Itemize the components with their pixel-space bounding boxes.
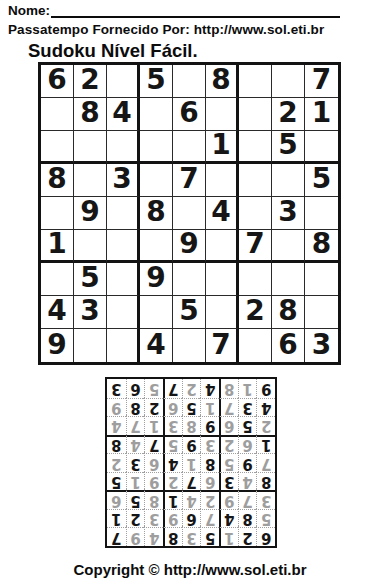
solution-cell-r3c9: 6 <box>107 490 126 509</box>
solution-cell-r2c3: 4 <box>219 509 238 528</box>
solution-cell-r5c9: 2 <box>107 453 126 472</box>
puzzle-cell-r3c8: 5 <box>272 131 305 164</box>
puzzle-cell-r8c8: 8 <box>272 296 305 329</box>
solution-cell-r3c1: 3 <box>256 490 275 509</box>
solution-cell-r8c3: 7 <box>219 398 238 417</box>
puzzle-cell-r3c5 <box>173 131 206 164</box>
puzzle-cell-r5c2: 9 <box>74 197 107 230</box>
solution-cell-r8c9: 9 <box>107 398 126 417</box>
puzzle-cell-r1c7 <box>239 65 272 98</box>
puzzle-cell-r9c6: 7 <box>206 329 239 362</box>
solution-cell-r4c2: 4 <box>238 472 257 491</box>
solution-cell-r2c6: 9 <box>163 509 182 528</box>
puzzle-cell-r1c9: 7 <box>305 65 338 98</box>
puzzle-cell-r4c7 <box>239 164 272 197</box>
solution-cell-r6c3: 2 <box>219 435 238 454</box>
puzzle-cell-r2c1 <box>41 98 74 131</box>
solution-cell-r4c6: 2 <box>163 472 182 491</box>
puzzle-cell-r6c7: 7 <box>239 230 272 263</box>
puzzle-cell-r6c4 <box>140 230 173 263</box>
puzzle-cell-r7c7 <box>239 263 272 296</box>
puzzle-cell-r8c6 <box>206 296 239 329</box>
puzzle-cell-r1c5 <box>173 65 206 98</box>
puzzle-cell-r9c5 <box>173 329 206 362</box>
solution-cell-r5c4: 8 <box>200 453 219 472</box>
solution-cell-r6c9: 8 <box>107 435 126 454</box>
solution-cell-r3c5: 4 <box>182 490 201 509</box>
puzzle-cell-r8c5: 5 <box>173 296 206 329</box>
puzzle-cell-r8c1: 4 <box>41 296 74 329</box>
solution-cell-r6c7: 7 <box>144 435 163 454</box>
solution-cell-r8c2: 3 <box>238 398 257 417</box>
puzzle-cell-r1c6: 8 <box>206 65 239 98</box>
puzzle-cell-r9c1: 9 <box>41 329 74 362</box>
solution-cell-r9c5: 2 <box>182 379 201 398</box>
puzzle-cell-r2c4 <box>140 98 173 131</box>
solution-cell-r9c1: 9 <box>256 379 275 398</box>
solution-cell-r7c7: 1 <box>144 416 163 435</box>
puzzle-cell-r3c6: 1 <box>206 131 239 164</box>
solution-cell-r7c5: 8 <box>182 416 201 435</box>
solution-cell-r2c2: 8 <box>238 509 257 528</box>
puzzle-cell-r5c3 <box>107 197 140 230</box>
solution-cell-r9c2: 1 <box>238 379 257 398</box>
puzzle-cell-r4c6 <box>206 164 239 197</box>
puzzle-cell-r7c4: 9 <box>140 263 173 296</box>
solution-cell-r8c6: 6 <box>163 398 182 417</box>
solution-cell-r6c6: 5 <box>163 435 182 454</box>
solution-cell-r7c6: 3 <box>163 416 182 435</box>
puzzle-cell-r3c4 <box>140 131 173 164</box>
puzzle-cell-r3c1 <box>41 131 74 164</box>
puzzle-cell-r6c3 <box>107 230 140 263</box>
solution-cell-r4c9: 5 <box>107 472 126 491</box>
name-line: Nome: <box>8 3 340 18</box>
solution-cell-r2c1: 5 <box>256 509 275 528</box>
solution-cell-r1c6: 8 <box>163 527 182 546</box>
solution-cell-r2c9: 1 <box>107 509 126 528</box>
solution-cell-r8c5: 5 <box>182 398 201 417</box>
solution-cell-r9c3: 8 <box>219 379 238 398</box>
solution-cell-r5c6: 4 <box>163 453 182 472</box>
solution-cell-r4c3: 3 <box>219 472 238 491</box>
puzzle-cell-r8c2: 3 <box>74 296 107 329</box>
solution-cell-r9c9: 3 <box>107 379 126 398</box>
puzzle-cell-r3c9 <box>305 131 338 164</box>
puzzle-cell-r8c9 <box>305 296 338 329</box>
puzzle-cell-r1c1: 6 <box>41 65 74 98</box>
puzzle-cell-r9c4: 4 <box>140 329 173 362</box>
solution-cell-r5c7: 6 <box>144 453 163 472</box>
name-label: Nome: <box>8 3 50 18</box>
puzzle-cell-r4c5: 7 <box>173 164 206 197</box>
puzzle-cell-r3c2 <box>74 131 107 164</box>
puzzle-cell-r6c8 <box>272 230 305 263</box>
puzzle-cell-r4c8 <box>272 164 305 197</box>
solution-cell-r2c4: 7 <box>200 509 219 528</box>
solution-cell-r2c5: 6 <box>182 509 201 528</box>
puzzle-cell-r5c6: 4 <box>206 197 239 230</box>
solution-cell-r3c6: 1 <box>163 490 182 509</box>
puzzle-cell-r9c3 <box>107 329 140 362</box>
solution-cell-r7c8: 7 <box>126 416 145 435</box>
solution-cell-r3c8: 5 <box>126 490 145 509</box>
provided-by-text: Passatempo Fornecido Por: http://www.sol… <box>8 22 324 37</box>
solution-cell-r8c7: 2 <box>144 398 163 417</box>
puzzle-cell-r4c9: 5 <box>305 164 338 197</box>
puzzle-cell-r5c5 <box>173 197 206 230</box>
solution-cell-r1c2: 2 <box>238 527 257 546</box>
solution-cell-r4c8: 1 <box>126 472 145 491</box>
puzzle-cell-r3c3 <box>107 131 140 164</box>
solution-cell-r5c3: 5 <box>219 453 238 472</box>
puzzle-cell-r8c7: 2 <box>239 296 272 329</box>
puzzle-cell-r2c3: 4 <box>107 98 140 131</box>
puzzle-cell-r6c9: 8 <box>305 230 338 263</box>
solution-cell-r9c4: 4 <box>200 379 219 398</box>
puzzle-cell-r5c7 <box>239 197 272 230</box>
solution-cell-r8c8: 8 <box>126 398 145 417</box>
solution-cell-r5c5: 1 <box>182 453 201 472</box>
sudoku-solution-grid-rotated: 6215384975847693213792418568436729157958… <box>105 377 277 548</box>
puzzle-cell-r5c8: 3 <box>272 197 305 230</box>
copyright-text: Copyright © http://www.sol.eti.br <box>0 561 380 578</box>
puzzle-cell-r7c2: 5 <box>74 263 107 296</box>
solution-cell-r5c8: 3 <box>126 453 145 472</box>
name-blank-line <box>51 4 340 18</box>
solution-cell-r3c7: 8 <box>144 490 163 509</box>
solution-cell-r4c1: 8 <box>256 472 275 491</box>
solution-cell-r6c1: 1 <box>256 435 275 454</box>
solution-cell-r6c2: 6 <box>238 435 257 454</box>
solution-cell-r7c3: 6 <box>219 416 238 435</box>
puzzle-cell-r1c2: 2 <box>74 65 107 98</box>
puzzle-cell-r4c2 <box>74 164 107 197</box>
solution-cell-r4c4: 6 <box>200 472 219 491</box>
solution-cell-r9c6: 7 <box>163 379 182 398</box>
solution-cell-r3c2: 7 <box>238 490 257 509</box>
puzzle-cell-r7c6 <box>206 263 239 296</box>
puzzle-cell-r2c2: 8 <box>74 98 107 131</box>
solution-cell-r3c3: 9 <box>219 490 238 509</box>
puzzle-cell-r4c1: 8 <box>41 164 74 197</box>
solution-cell-r7c9: 4 <box>107 416 126 435</box>
puzzle-cell-r7c8 <box>272 263 305 296</box>
solution-cell-r4c5: 7 <box>182 472 201 491</box>
solution-cell-r4c7: 9 <box>144 472 163 491</box>
puzzle-cell-r5c4: 8 <box>140 197 173 230</box>
solution-cell-r5c2: 9 <box>238 453 257 472</box>
puzzle-cell-r1c8 <box>272 65 305 98</box>
puzzle-cell-r7c5 <box>173 263 206 296</box>
puzzle-cell-r4c4 <box>140 164 173 197</box>
solution-cell-r7c1: 2 <box>256 416 275 435</box>
puzzle-cell-r9c9: 3 <box>305 329 338 362</box>
solution-cell-r1c3: 1 <box>219 527 238 546</box>
puzzle-cell-r9c7 <box>239 329 272 362</box>
solution-cell-r9c8: 6 <box>126 379 145 398</box>
puzzle-cell-r6c6 <box>206 230 239 263</box>
puzzle-cell-r1c4: 5 <box>140 65 173 98</box>
solution-cell-r9c7: 5 <box>144 379 163 398</box>
solution-cell-r6c8: 4 <box>126 435 145 454</box>
solution-cell-r3c4: 2 <box>200 490 219 509</box>
solution-cell-r6c4: 3 <box>200 435 219 454</box>
solution-cell-r1c9: 7 <box>107 527 126 546</box>
puzzle-cell-r4c3: 3 <box>107 164 140 197</box>
solution-cell-r2c7: 3 <box>144 509 163 528</box>
puzzle-cell-r6c2 <box>74 230 107 263</box>
puzzle-cell-r7c9 <box>305 263 338 296</box>
sudoku-puzzle-grid: 625878462115837598431978594352894763 <box>38 62 341 365</box>
puzzle-cell-r5c9 <box>305 197 338 230</box>
solution-cell-r1c1: 6 <box>256 527 275 546</box>
solution-cell-r8c1: 4 <box>256 398 275 417</box>
solution-cell-r1c8: 9 <box>126 527 145 546</box>
solution-cell-r6c5: 9 <box>182 435 201 454</box>
solution-cell-r7c2: 5 <box>238 416 257 435</box>
puzzle-cell-r2c8: 2 <box>272 98 305 131</box>
puzzle-cell-r7c1 <box>41 263 74 296</box>
puzzle-cell-r1c3 <box>107 65 140 98</box>
solution-cell-r1c5: 3 <box>182 527 201 546</box>
puzzle-cell-r9c8: 6 <box>272 329 305 362</box>
puzzle-cell-r3c7 <box>239 131 272 164</box>
puzzle-cell-r2c9: 1 <box>305 98 338 131</box>
puzzle-cell-r2c6 <box>206 98 239 131</box>
solution-cell-r8c4: 1 <box>200 398 219 417</box>
puzzle-cell-r2c7 <box>239 98 272 131</box>
puzzle-cell-r6c5: 9 <box>173 230 206 263</box>
sudoku-worksheet-page: Nome: Passatempo Fornecido Por: http://w… <box>0 0 380 585</box>
page-title: Sudoku Nível Fácil. <box>28 40 198 62</box>
solution-cell-r1c7: 4 <box>144 527 163 546</box>
puzzle-cell-r8c4 <box>140 296 173 329</box>
puzzle-cell-r8c3 <box>107 296 140 329</box>
puzzle-cell-r2c5: 6 <box>173 98 206 131</box>
solution-cell-r5c1: 7 <box>256 453 275 472</box>
puzzle-cell-r7c3 <box>107 263 140 296</box>
solution-cell-r1c4: 5 <box>200 527 219 546</box>
solution-cell-r2c8: 2 <box>126 509 145 528</box>
solution-cell-r7c4: 9 <box>200 416 219 435</box>
puzzle-cell-r6c1: 1 <box>41 230 74 263</box>
puzzle-cell-r5c1 <box>41 197 74 230</box>
puzzle-cell-r9c2 <box>74 329 107 362</box>
